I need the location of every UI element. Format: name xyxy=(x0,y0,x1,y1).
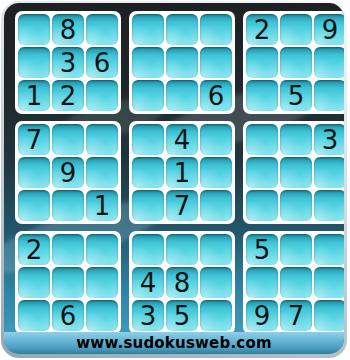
cell-r4c1[interactable]: 7 xyxy=(18,124,50,155)
cell-r6c2[interactable] xyxy=(52,190,84,221)
cell-r7c7[interactable]: 5 xyxy=(246,234,278,265)
cell-r8c5[interactable]: 8 xyxy=(166,267,198,298)
cell-r8c1[interactable] xyxy=(18,267,50,298)
cell-r7c8[interactable] xyxy=(280,234,312,265)
cell-r9c4[interactable]: 3 xyxy=(132,300,164,331)
cell-r1c3[interactable] xyxy=(86,14,118,45)
cell-r3c6[interactable]: 6 xyxy=(200,80,232,111)
cell-r4c3[interactable] xyxy=(86,124,118,155)
cell-r6c5[interactable]: 7 xyxy=(166,190,198,221)
sudoku-box-3: 295 xyxy=(243,11,344,114)
board-frame: 8361262957914173264835597 www.sudokusweb… xyxy=(4,3,344,354)
cell-r8c2[interactable] xyxy=(52,267,84,298)
cell-r9c9[interactable] xyxy=(314,300,344,331)
cell-r7c2[interactable] xyxy=(52,234,84,265)
sudoku-box-8: 4835 xyxy=(129,231,235,334)
cell-r1c8[interactable] xyxy=(280,14,312,45)
cell-r2c1[interactable] xyxy=(18,47,50,78)
cell-r5c9[interactable] xyxy=(314,157,344,188)
cell-r6c4[interactable] xyxy=(132,190,164,221)
cell-r9c5[interactable]: 5 xyxy=(166,300,198,331)
sudoku-box-7: 26 xyxy=(15,231,121,334)
cell-r7c1[interactable]: 2 xyxy=(18,234,50,265)
cell-r2c8[interactable] xyxy=(280,47,312,78)
cell-r4c4[interactable] xyxy=(132,124,164,155)
cell-r3c2[interactable]: 2 xyxy=(52,80,84,111)
cell-r1c4[interactable] xyxy=(132,14,164,45)
cell-r2c7[interactable] xyxy=(246,47,278,78)
cell-r8c4[interactable]: 4 xyxy=(132,267,164,298)
cell-r3c7[interactable] xyxy=(246,80,278,111)
cell-r2c3[interactable]: 6 xyxy=(86,47,118,78)
sudoku-box-6: 3 xyxy=(243,121,344,224)
cell-r9c2[interactable]: 6 xyxy=(52,300,84,331)
board-frame-bevel: 8361262957914173264835597 www.sudokusweb… xyxy=(1,1,347,358)
cell-r9c1[interactable] xyxy=(18,300,50,331)
cell-r3c9[interactable] xyxy=(314,80,344,111)
cell-r8c7[interactable] xyxy=(246,267,278,298)
cell-r4c8[interactable] xyxy=(280,124,312,155)
cell-r7c5[interactable] xyxy=(166,234,198,265)
cell-r1c5[interactable] xyxy=(166,14,198,45)
cell-r2c6[interactable] xyxy=(200,47,232,78)
cell-r6c1[interactable] xyxy=(18,190,50,221)
cell-r2c9[interactable] xyxy=(314,47,344,78)
cell-r7c6[interactable] xyxy=(200,234,232,265)
cell-r2c2[interactable]: 3 xyxy=(52,47,84,78)
cell-r9c8[interactable]: 7 xyxy=(280,300,312,331)
cell-r7c9[interactable] xyxy=(314,234,344,265)
cell-r1c9[interactable]: 9 xyxy=(314,14,344,45)
cell-r5c7[interactable] xyxy=(246,157,278,188)
cell-r2c4[interactable] xyxy=(132,47,164,78)
cell-r3c5[interactable] xyxy=(166,80,198,111)
cell-r9c7[interactable]: 9 xyxy=(246,300,278,331)
cell-r9c3[interactable] xyxy=(86,300,118,331)
cell-r6c9[interactable] xyxy=(314,190,344,221)
sudoku-box-5: 417 xyxy=(129,121,235,224)
cell-r7c4[interactable] xyxy=(132,234,164,265)
cell-r5c5[interactable]: 1 xyxy=(166,157,198,188)
cell-r5c1[interactable] xyxy=(18,157,50,188)
cell-r1c2[interactable]: 8 xyxy=(52,14,84,45)
cell-r5c6[interactable] xyxy=(200,157,232,188)
cell-r3c4[interactable] xyxy=(132,80,164,111)
cell-r6c3[interactable]: 1 xyxy=(86,190,118,221)
sudoku-box-2: 6 xyxy=(129,11,235,114)
sudoku-box-9: 597 xyxy=(243,231,344,334)
cell-r3c3[interactable] xyxy=(86,80,118,111)
cell-r8c8[interactable] xyxy=(280,267,312,298)
sudoku-box-1: 83612 xyxy=(15,11,121,114)
cell-r1c6[interactable] xyxy=(200,14,232,45)
cell-r8c6[interactable] xyxy=(200,267,232,298)
cell-r3c1[interactable]: 1 xyxy=(18,80,50,111)
sudoku-app: 8361262957914173264835597 www.sudokusweb… xyxy=(0,0,350,360)
cell-r5c8[interactable] xyxy=(280,157,312,188)
cell-r3c8[interactable]: 5 xyxy=(280,80,312,111)
sudoku-board: 8361262957914173264835597 xyxy=(15,11,344,334)
cell-r5c2[interactable]: 9 xyxy=(52,157,84,188)
footer-bar: www.sudokusweb.com xyxy=(4,332,344,354)
cell-r4c9[interactable]: 3 xyxy=(314,124,344,155)
cell-r2c5[interactable] xyxy=(166,47,198,78)
cell-r6c6[interactable] xyxy=(200,190,232,221)
cell-r8c9[interactable] xyxy=(314,267,344,298)
cell-r5c3[interactable] xyxy=(86,157,118,188)
cell-r7c3[interactable] xyxy=(86,234,118,265)
cell-r8c3[interactable] xyxy=(86,267,118,298)
cell-r4c6[interactable] xyxy=(200,124,232,155)
cell-r1c1[interactable] xyxy=(18,14,50,45)
cell-r4c7[interactable] xyxy=(246,124,278,155)
cell-r4c2[interactable] xyxy=(52,124,84,155)
cell-r9c6[interactable] xyxy=(200,300,232,331)
cell-r4c5[interactable]: 4 xyxy=(166,124,198,155)
sudoku-box-4: 791 xyxy=(15,121,121,224)
cell-r6c7[interactable] xyxy=(246,190,278,221)
cell-r5c4[interactable] xyxy=(132,157,164,188)
cell-r6c8[interactable] xyxy=(280,190,312,221)
cell-r1c7[interactable]: 2 xyxy=(246,14,278,45)
site-url-label: www.sudokusweb.com xyxy=(76,334,271,352)
